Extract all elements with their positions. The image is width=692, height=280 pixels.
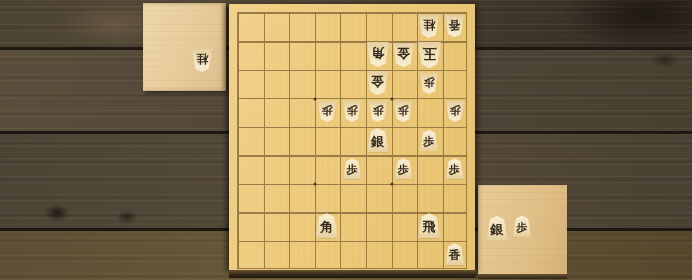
piece-kanji: 銀 [371, 135, 384, 148]
piece-4e-silver[interactable]: 銀 [367, 128, 388, 152]
board-pieces-layer: 桂香角金玉金歩歩歩歩歩歩銀歩歩歩歩角飛香 [229, 4, 475, 270]
piece-2a-knight[interactable]: 桂 [419, 15, 439, 38]
piece-kanji: 歩 [347, 105, 358, 116]
piece-2e-pawn[interactable]: 歩 [420, 130, 438, 151]
board-side-edge [229, 270, 476, 278]
piece-kanji: 歩 [398, 105, 409, 116]
piece-kanji: 歩 [449, 164, 460, 175]
piece-kanji: 歩 [424, 77, 435, 88]
piece-kanji: 桂 [196, 53, 208, 65]
sente-hand-pieces: 銀歩 [478, 185, 567, 274]
piece-kanji: 金 [397, 47, 410, 60]
piece-kanji: 歩 [398, 164, 409, 175]
piece-2c-pawn[interactable]: 歩 [420, 73, 438, 94]
piece-5d-pawn[interactable]: 歩 [343, 101, 361, 122]
hand-piece-sente-silver[interactable]: 銀 [487, 216, 508, 240]
hand-piece-sente-pawn[interactable]: 歩 [513, 216, 531, 237]
piece-3f-pawn[interactable]: 歩 [394, 158, 412, 179]
piece-kanji: 香 [449, 19, 461, 31]
piece-kanji: 歩 [372, 105, 383, 116]
piece-5f-pawn[interactable]: 歩 [343, 158, 361, 179]
piece-kanji: 桂 [423, 19, 435, 31]
piece-kanji: 歩 [347, 164, 358, 175]
hand-piece-gote-knight[interactable]: 桂 [192, 49, 212, 72]
piece-kanji: 歩 [424, 136, 435, 147]
piece-2b-king[interactable]: 玉 [418, 42, 441, 68]
piece-kanji: 角 [320, 220, 333, 233]
piece-6h-bishop[interactable]: 角 [316, 213, 338, 238]
piece-1d-pawn[interactable]: 歩 [446, 101, 464, 122]
piece-kanji: 金 [371, 76, 384, 89]
gote-hand-pieces: 桂 [143, 3, 226, 91]
piece-kanji: 歩 [517, 222, 528, 233]
piece-3d-pawn[interactable]: 歩 [394, 101, 412, 122]
sente-stand-side-edge [478, 274, 567, 279]
piece-6d-pawn[interactable]: 歩 [318, 101, 336, 122]
piece-2h-rook[interactable]: 飛 [418, 213, 440, 238]
piece-3b-gold[interactable]: 金 [393, 43, 414, 67]
piece-kanji: 角 [371, 47, 384, 60]
piece-4b-bishop[interactable]: 角 [367, 42, 389, 67]
sente-piece-stand: 銀歩 [478, 185, 567, 274]
piece-kanji: 飛 [423, 220, 436, 233]
piece-1f-pawn[interactable]: 歩 [446, 158, 464, 179]
piece-kanji: 歩 [449, 105, 460, 116]
piece-kanji: 玉 [422, 47, 436, 61]
piece-1i-lance[interactable]: 香 [445, 243, 464, 265]
piece-kanji: 歩 [321, 105, 332, 116]
shogi-board: 桂香角金玉金歩歩歩歩歩歩銀歩歩歩歩角飛香 [229, 4, 475, 270]
piece-kanji: 銀 [491, 223, 504, 236]
gote-piece-stand: 桂 [143, 3, 226, 91]
piece-4d-pawn[interactable]: 歩 [369, 101, 387, 122]
piece-4c-gold[interactable]: 金 [367, 71, 388, 95]
piece-1a-lance[interactable]: 香 [445, 15, 464, 37]
piece-kanji: 香 [449, 249, 461, 261]
